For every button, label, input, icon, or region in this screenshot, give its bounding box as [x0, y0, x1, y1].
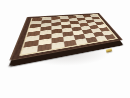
- chessboard-product-photo: [0, 0, 130, 98]
